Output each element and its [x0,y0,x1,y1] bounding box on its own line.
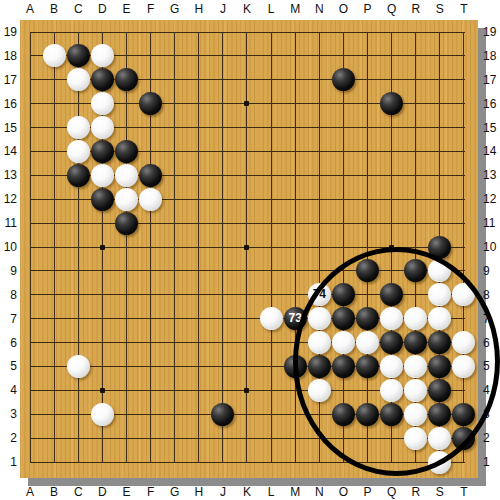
row-label-right-11: 11 [483,216,500,230]
row-label-left-16: 16 [0,97,17,111]
stone-white-O6 [332,331,355,354]
column-label-top-A: A [18,2,42,16]
column-label-top-H: H [187,2,211,16]
row-label-left-2: 2 [0,431,17,445]
stone-black-F13 [139,164,162,187]
stone-black-J3 [211,403,234,426]
column-label-top-G: G [163,2,187,16]
row-label-right-17: 17 [483,73,500,87]
column-label-top-N: N [307,2,331,16]
stone-black-F16 [139,92,162,115]
row-label-right-9: 9 [483,264,500,278]
stone-black-O5 [332,355,355,378]
column-label-bottom-F: F [139,485,163,499]
stone-black-S3 [428,403,451,426]
row-label-left-17: 17 [0,73,17,87]
grid-line-horizontal [30,438,465,439]
stone-white-N7 [308,307,331,330]
hoshi-point [244,388,249,393]
stone-white-C17 [67,68,90,91]
column-label-top-R: R [404,2,428,16]
stone-white-E13 [115,164,138,187]
stone-black-P7 [356,307,379,330]
row-label-right-13: 13 [483,168,500,182]
hoshi-point [244,245,249,250]
stone-white-R4 [404,379,427,402]
column-label-bottom-C: C [66,485,90,499]
grid-line-horizontal [30,270,465,271]
row-label-left-7: 7 [0,312,17,326]
column-label-top-B: B [42,2,66,16]
column-label-top-P: P [356,2,380,16]
grid-line-horizontal [30,32,465,33]
stone-white-B18 [43,44,66,67]
stone-white-S1 [428,451,451,474]
row-label-right-18: 18 [483,49,500,63]
column-label-top-M: M [283,2,307,16]
column-label-bottom-T: T [452,485,476,499]
stone-white-C14 [67,140,90,163]
stone-white-N6 [308,331,331,354]
column-label-bottom-D: D [90,485,114,499]
grid-line-vertical [198,32,199,463]
stone-black-Q3 [380,403,403,426]
stone-black-R6 [404,331,427,354]
stone-white-N4 [308,379,331,402]
stone-white-S2 [428,427,451,450]
stone-black-O3 [332,403,355,426]
column-label-top-D: D [90,2,114,16]
row-label-left-4: 4 [0,383,17,397]
column-label-bottom-M: M [283,485,307,499]
column-label-bottom-P: P [356,485,380,499]
row-label-right-3: 3 [483,407,500,421]
row-label-left-18: 18 [0,49,17,63]
row-label-right-6: 6 [483,336,500,350]
column-label-bottom-K: K [235,485,259,499]
row-label-left-9: 9 [0,264,17,278]
grid-line-vertical [30,32,31,463]
stone-black-T3 [452,403,475,426]
column-label-bottom-E: E [114,485,138,499]
grid-line-vertical [222,32,223,463]
row-label-right-4: 4 [483,383,500,397]
grid-line-horizontal [30,462,465,463]
stone-black-Q6 [380,331,403,354]
row-label-right-8: 8 [483,288,500,302]
column-label-bottom-R: R [404,485,428,499]
hoshi-point [244,101,249,106]
grid-line-horizontal [30,223,465,224]
row-label-right-10: 10 [483,240,500,254]
stone-black-M5 [284,355,307,378]
column-label-top-K: K [235,2,259,16]
stone-black-E17 [115,68,138,91]
stone-black-S10 [428,236,451,259]
column-label-bottom-G: G [163,485,187,499]
column-label-top-J: J [211,2,235,16]
stone-black-O7 [332,307,355,330]
column-label-top-C: C [66,2,90,16]
stone-black-P5 [356,355,379,378]
stone-white-F12 [139,188,162,211]
stone-white-S8 [428,283,451,306]
row-label-right-16: 16 [483,97,500,111]
column-label-top-S: S [428,2,452,16]
hoshi-point [100,245,105,250]
column-label-bottom-A: A [18,485,42,499]
column-label-bottom-J: J [211,485,235,499]
stone-white-D18 [91,44,114,67]
row-label-left-5: 5 [0,359,17,373]
stone-black-D14 [91,140,114,163]
row-label-right-1: 1 [483,455,500,469]
stone-white-T8 [452,283,475,306]
stone-black-O8 [332,283,355,306]
row-label-right-7: 7 [483,312,500,326]
stone-black-C18 [67,44,90,67]
row-label-left-12: 12 [0,192,17,206]
stone-black-O17 [332,68,355,91]
row-label-right-2: 2 [483,431,500,445]
stone-white-R5 [404,355,427,378]
column-label-bottom-H: H [187,485,211,499]
row-label-left-6: 6 [0,336,17,350]
stone-black-E11 [115,212,138,235]
row-label-left-8: 8 [0,288,17,302]
stone-white-Q4 [380,379,403,402]
stone-white-N8-move-74: 74 [308,283,331,306]
column-label-top-T: T [452,2,476,16]
stone-black-T2 [452,427,475,450]
stone-white-C15 [67,116,90,139]
column-label-top-O: O [331,2,355,16]
row-label-left-19: 19 [0,25,17,39]
stone-black-Q8 [380,283,403,306]
grid-line-vertical [54,32,55,463]
row-label-right-15: 15 [483,121,500,135]
row-label-left-10: 10 [0,240,17,254]
grid-line-vertical [295,32,296,463]
stone-white-Q7 [380,307,403,330]
column-label-bottom-N: N [307,485,331,499]
stone-white-T6 [452,331,475,354]
grid-line-vertical [126,32,127,463]
goban[interactable]: 7374 [20,20,478,478]
row-label-right-5: 5 [483,359,500,373]
stone-black-R9 [404,259,427,282]
row-label-right-14: 14 [483,144,500,158]
stone-white-R2 [404,427,427,450]
hoshi-point [389,245,394,250]
column-label-bottom-L: L [259,485,283,499]
stone-white-L7 [260,307,283,330]
stone-black-S5 [428,355,451,378]
row-label-left-14: 14 [0,144,17,158]
grid-line-vertical [271,32,272,463]
stone-white-Q5 [380,355,403,378]
column-label-bottom-S: S [428,485,452,499]
stone-black-S4 [428,379,451,402]
column-label-top-L: L [259,2,283,16]
stone-black-E14 [115,140,138,163]
stone-black-S6 [428,331,451,354]
stone-white-D3 [91,403,114,426]
row-label-left-13: 13 [0,168,17,182]
column-label-bottom-O: O [331,485,355,499]
row-label-right-19: 19 [483,25,500,39]
stone-white-R3 [404,403,427,426]
row-label-right-12: 12 [483,192,500,206]
row-label-left-11: 11 [0,216,17,230]
grid-line-vertical [174,32,175,463]
column-label-top-Q: Q [380,2,404,16]
stone-white-D13 [91,164,114,187]
stone-white-D15 [91,116,114,139]
stone-white-R7 [404,307,427,330]
stone-black-N5 [308,355,331,378]
go-board-diagram: 7374 AABBCCDDEEFFGGHHJJKKLLMMNNOOPPQQRRS… [0,0,500,500]
stone-black-D17 [91,68,114,91]
row-label-left-3: 3 [0,407,17,421]
stone-black-Q16 [380,92,403,115]
column-label-top-E: E [114,2,138,16]
stone-black-D12 [91,188,114,211]
row-label-left-1: 1 [0,455,17,469]
grid-line-vertical [78,32,79,463]
stone-white-S9 [428,259,451,282]
grid-line-vertical [343,32,344,463]
column-label-top-F: F [139,2,163,16]
stone-white-D16 [91,92,114,115]
stone-white-S7 [428,307,451,330]
hoshi-point [100,388,105,393]
stone-white-C5 [67,355,90,378]
stone-white-T5 [452,355,475,378]
stone-white-P6 [356,331,379,354]
grid-line-vertical [463,32,464,463]
stone-white-E12 [115,188,138,211]
grid-line-vertical [367,32,368,463]
stone-black-P9 [356,259,379,282]
stone-black-P3 [356,403,379,426]
stone-black-C13 [67,164,90,187]
column-label-bottom-Q: Q [380,485,404,499]
stone-black-M7-move-73: 73 [284,307,307,330]
column-label-bottom-B: B [42,485,66,499]
row-label-left-15: 15 [0,121,17,135]
